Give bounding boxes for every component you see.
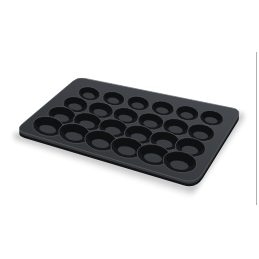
page-edge-line (256, 52, 257, 205)
muffin-pan-image (0, 0, 259, 259)
product-photo (0, 0, 259, 259)
